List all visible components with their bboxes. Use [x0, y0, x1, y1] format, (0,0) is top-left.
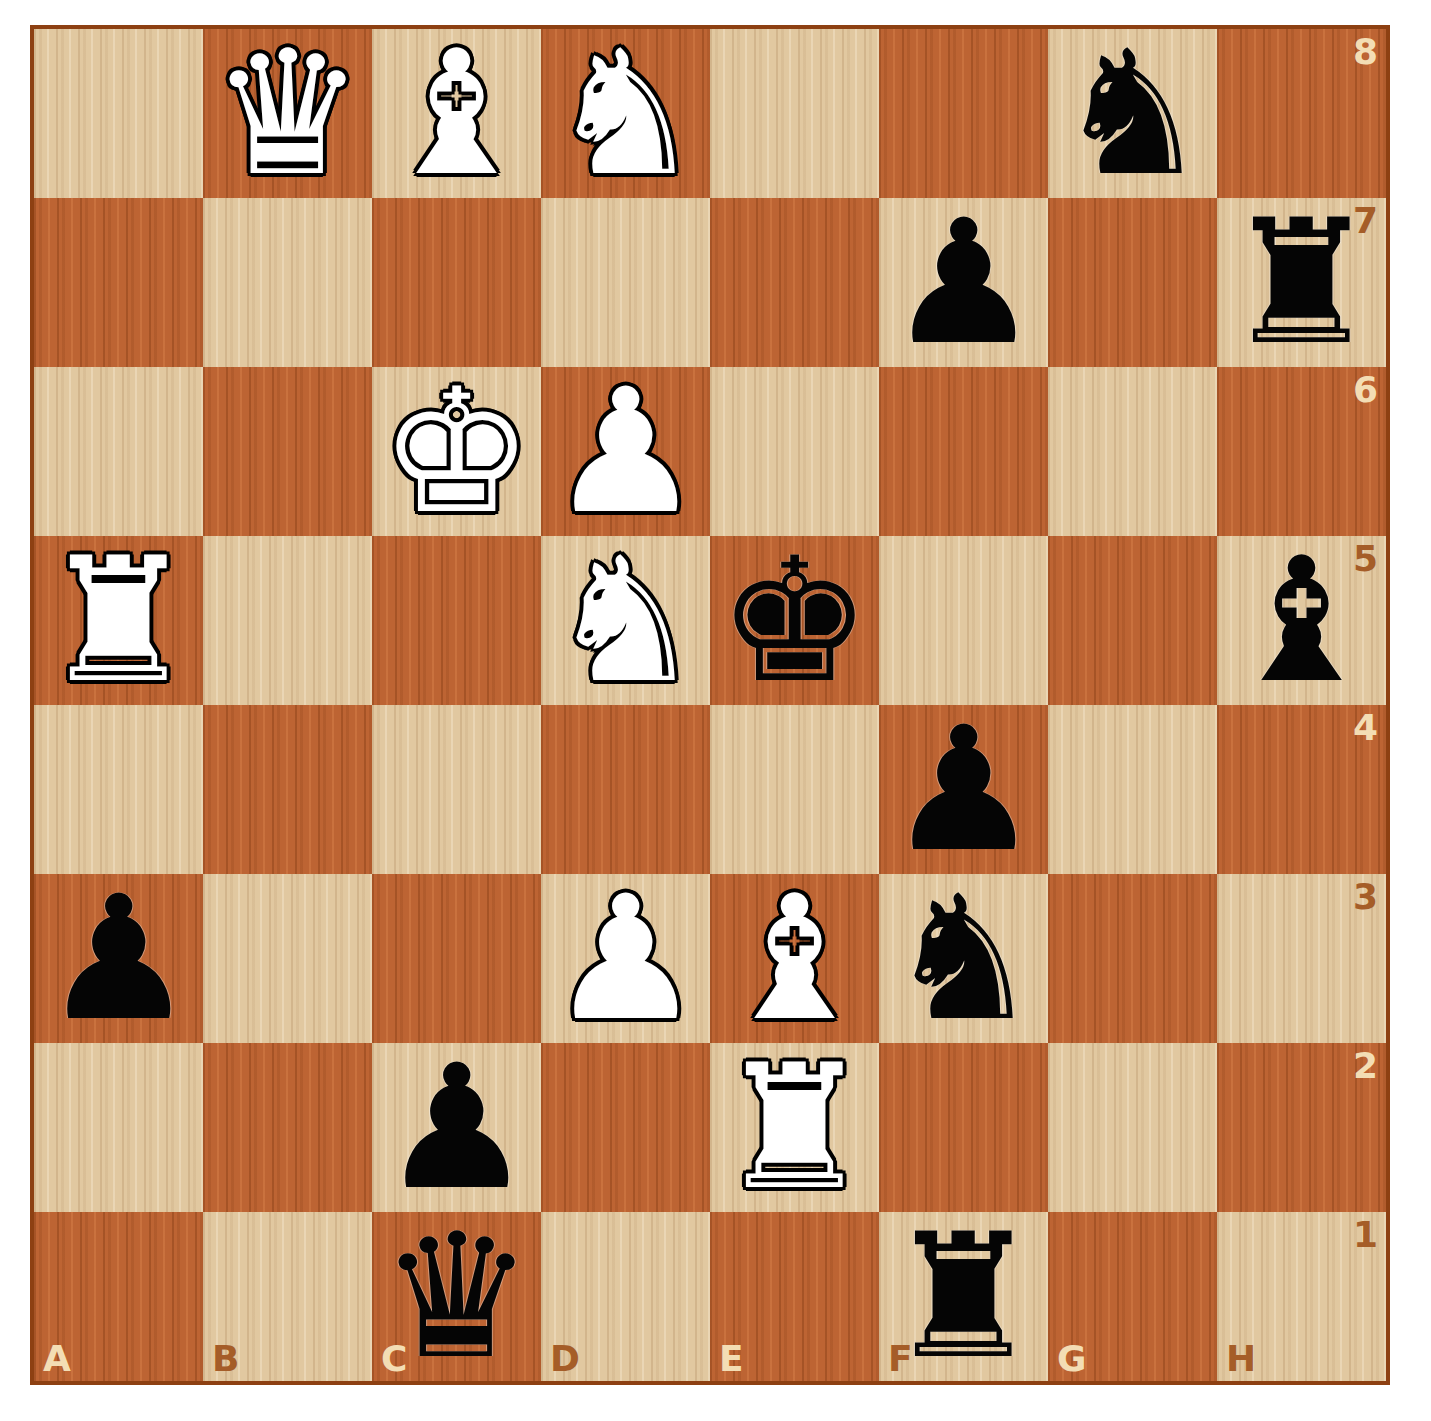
file-label-d: D — [550, 1341, 580, 1377]
square-h3[interactable]: 3 — [1217, 874, 1386, 1043]
square-g1[interactable]: G — [1048, 1212, 1217, 1381]
file-label-a: A — [43, 1341, 71, 1377]
rank-label-2: 2 — [1353, 1048, 1378, 1084]
square-d4[interactable] — [541, 705, 710, 874]
black-rook[interactable]: ♜ — [879, 1212, 1048, 1381]
white-bishop[interactable]: ♝ — [710, 874, 879, 1043]
square-a3[interactable]: ♟ — [34, 874, 203, 1043]
white-bishop[interactable]: ♝ — [372, 29, 541, 198]
square-e4[interactable] — [710, 705, 879, 874]
white-king[interactable]: ♚ — [372, 367, 541, 536]
square-f1[interactable]: F♜ — [879, 1212, 1048, 1381]
square-b2[interactable] — [203, 1043, 372, 1212]
white-rook[interactable]: ♜ — [34, 536, 203, 705]
square-b3[interactable] — [203, 874, 372, 1043]
square-e5[interactable]: ♚ — [710, 536, 879, 705]
rank-label-8: 8 — [1353, 34, 1378, 70]
square-d3[interactable]: ♟ — [541, 874, 710, 1043]
square-c4[interactable] — [372, 705, 541, 874]
square-d7[interactable] — [541, 198, 710, 367]
square-c8[interactable]: ♝ — [372, 29, 541, 198]
black-pawn[interactable]: ♟ — [879, 705, 1048, 874]
square-a6[interactable] — [34, 367, 203, 536]
square-h4[interactable]: 4 — [1217, 705, 1386, 874]
square-b1[interactable]: B — [203, 1212, 372, 1381]
square-a1[interactable]: A — [34, 1212, 203, 1381]
square-d2[interactable] — [541, 1043, 710, 1212]
square-f2[interactable] — [879, 1043, 1048, 1212]
square-b4[interactable] — [203, 705, 372, 874]
black-pawn[interactable]: ♟ — [879, 198, 1048, 367]
square-f7[interactable]: ♟ — [879, 198, 1048, 367]
square-e7[interactable] — [710, 198, 879, 367]
black-knight[interactable]: ♞ — [879, 874, 1048, 1043]
rank-label-1: 1 — [1353, 1217, 1378, 1253]
rank-label-3: 3 — [1353, 879, 1378, 915]
square-a4[interactable] — [34, 705, 203, 874]
square-a2[interactable] — [34, 1043, 203, 1212]
black-knight[interactable]: ♞ — [1048, 29, 1217, 198]
white-pawn[interactable]: ♟ — [541, 367, 710, 536]
square-a8[interactable] — [34, 29, 203, 198]
black-rook[interactable]: ♜ — [1217, 198, 1386, 367]
white-rook[interactable]: ♜ — [710, 1043, 879, 1212]
square-c6[interactable]: ♚ — [372, 367, 541, 536]
square-e1[interactable]: E — [710, 1212, 879, 1381]
square-e6[interactable] — [710, 367, 879, 536]
black-pawn[interactable]: ♟ — [34, 874, 203, 1043]
square-f4[interactable]: ♟ — [879, 705, 1048, 874]
square-f5[interactable] — [879, 536, 1048, 705]
square-d5[interactable]: ♞ — [541, 536, 710, 705]
file-label-g: G — [1057, 1341, 1087, 1377]
file-label-h: H — [1226, 1341, 1256, 1377]
white-pawn[interactable]: ♟ — [541, 874, 710, 1043]
square-c3[interactable] — [372, 874, 541, 1043]
page-background: ♛♝♞♞8♟7♜♚♟6♜♞♚5♝♟4♟♟♝♞3♟♜2ABC♛DEF♜G1H — [0, 0, 1431, 1421]
square-d6[interactable]: ♟ — [541, 367, 710, 536]
square-g7[interactable] — [1048, 198, 1217, 367]
square-h7[interactable]: 7♜ — [1217, 198, 1386, 367]
square-g2[interactable] — [1048, 1043, 1217, 1212]
square-d1[interactable]: D — [541, 1212, 710, 1381]
black-queen[interactable]: ♛ — [372, 1212, 541, 1381]
square-c1[interactable]: C♛ — [372, 1212, 541, 1381]
black-king[interactable]: ♚ — [710, 536, 879, 705]
square-e8[interactable] — [710, 29, 879, 198]
square-f3[interactable]: ♞ — [879, 874, 1048, 1043]
square-a7[interactable] — [34, 198, 203, 367]
square-e2[interactable]: ♜ — [710, 1043, 879, 1212]
square-h8[interactable]: 8 — [1217, 29, 1386, 198]
square-f6[interactable] — [879, 367, 1048, 536]
square-h2[interactable]: 2 — [1217, 1043, 1386, 1212]
square-g4[interactable] — [1048, 705, 1217, 874]
white-queen[interactable]: ♛ — [203, 29, 372, 198]
square-g3[interactable] — [1048, 874, 1217, 1043]
square-g8[interactable]: ♞ — [1048, 29, 1217, 198]
square-c5[interactable] — [372, 536, 541, 705]
square-a5[interactable]: ♜ — [34, 536, 203, 705]
black-bishop[interactable]: ♝ — [1217, 536, 1386, 705]
chess-board: ♛♝♞♞8♟7♜♚♟6♜♞♚5♝♟4♟♟♝♞3♟♜2ABC♛DEF♜G1H — [30, 25, 1390, 1385]
square-c7[interactable] — [372, 198, 541, 367]
square-d8[interactable]: ♞ — [541, 29, 710, 198]
square-b5[interactable] — [203, 536, 372, 705]
square-g5[interactable] — [1048, 536, 1217, 705]
file-label-b: B — [212, 1341, 239, 1377]
file-label-e: E — [719, 1341, 744, 1377]
white-knight[interactable]: ♞ — [541, 536, 710, 705]
square-c2[interactable]: ♟ — [372, 1043, 541, 1212]
square-b8[interactable]: ♛ — [203, 29, 372, 198]
white-knight[interactable]: ♞ — [541, 29, 710, 198]
square-b6[interactable] — [203, 367, 372, 536]
square-b7[interactable] — [203, 198, 372, 367]
square-h1[interactable]: 1H — [1217, 1212, 1386, 1381]
square-h5[interactable]: 5♝ — [1217, 536, 1386, 705]
square-g6[interactable] — [1048, 367, 1217, 536]
square-h6[interactable]: 6 — [1217, 367, 1386, 536]
black-pawn[interactable]: ♟ — [372, 1043, 541, 1212]
square-e3[interactable]: ♝ — [710, 874, 879, 1043]
square-f8[interactable] — [879, 29, 1048, 198]
